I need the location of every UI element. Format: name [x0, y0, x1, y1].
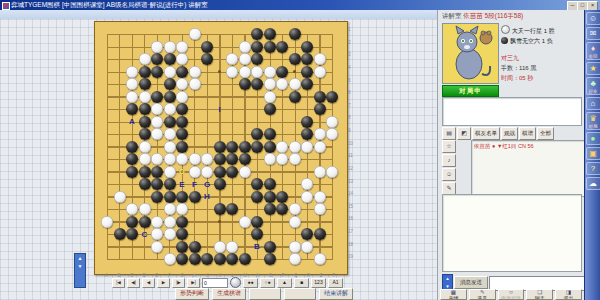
right-panel: 讲解室 依苗苗 5段(116手58) 对局中 大天一行星 1 胜: [437, 10, 585, 300]
black-stone[interactable]: [289, 91, 301, 103]
white-stone[interactable]: [289, 153, 301, 165]
white-stone[interactable]: [314, 166, 326, 178]
marker-toggle[interactable]: ▲: [277, 278, 292, 288]
black-stone[interactable]: [289, 28, 301, 40]
panel-button-label: 聊天: [535, 295, 545, 300]
black-stone[interactable]: [126, 153, 138, 165]
room-header: 讲解室 依苗苗 5段(116手58): [442, 12, 523, 21]
black-stone[interactable]: [126, 141, 138, 153]
black-stone[interactable]: [239, 141, 251, 153]
black-stone[interactable]: [264, 141, 276, 153]
white-stone[interactable]: [314, 66, 326, 78]
white-stone[interactable]: [164, 203, 176, 215]
avatar-image: [443, 24, 498, 83]
panel-button-道具[interactable]: ✎道具: [469, 289, 496, 300]
close-button[interactable]: ×: [587, 1, 598, 10]
black-stone[interactable]: [164, 91, 176, 103]
black-stone[interactable]: [226, 253, 238, 265]
nav-button[interactable]: |▶: [172, 278, 185, 288]
white-stone[interactable]: [164, 228, 176, 240]
black-stone[interactable]: [139, 116, 151, 128]
black-stone[interactable]: [239, 253, 251, 265]
quick-button[interactable]: ♦全部: [586, 42, 600, 60]
white-stone[interactable]: [289, 141, 301, 153]
black-stone[interactable]: [214, 153, 226, 165]
black-stone[interactable]: [176, 191, 188, 203]
black-stone[interactable]: [139, 216, 151, 228]
white-stone[interactable]: [189, 66, 201, 78]
board-label-A: A: [127, 117, 137, 126]
black-stone[interactable]: [264, 41, 276, 53]
black-stone[interactable]: [264, 178, 276, 190]
black-stone[interactable]: [214, 253, 226, 265]
marker-toggle[interactable]: 123: [311, 278, 326, 288]
panel-button-label: 道具: [477, 295, 487, 300]
black-stone[interactable]: [176, 141, 188, 153]
white-stone[interactable]: [201, 153, 213, 165]
app-icon: [2, 2, 10, 10]
black-stone[interactable]: [251, 78, 263, 90]
black-stone[interactable]: [189, 191, 201, 203]
white-stone[interactable]: [326, 166, 338, 178]
black-stone[interactable]: [276, 66, 288, 78]
black-stone[interactable]: [126, 103, 138, 115]
black-stone[interactable]: [214, 178, 226, 190]
title-bar: 弈城TYGEM围棋 [中国围棋课堂] AB级名局棋谱·解说(进行中) 讲解室 ─…: [0, 0, 600, 10]
white-stone[interactable]: [164, 66, 176, 78]
black-stone[interactable]: [164, 78, 176, 90]
white-stone[interactable]: [276, 141, 288, 153]
black-stone[interactable]: [176, 216, 188, 228]
white-stone[interactable]: [301, 141, 313, 153]
board-label-H: H: [202, 192, 212, 201]
quick-button[interactable]: ★: [586, 62, 600, 75]
white-stone[interactable]: [189, 28, 201, 40]
black-stone[interactable]: [201, 41, 213, 53]
room-header-label: 讲解室: [442, 12, 462, 19]
white-stone[interactable]: [326, 116, 338, 128]
star-point: [218, 70, 221, 73]
message-area[interactable]: 依苗苗 ● ▼红1目 CN 56: [471, 140, 586, 197]
white-stone[interactable]: [314, 128, 326, 140]
quick-button[interactable]: ☁: [586, 177, 600, 190]
status-badge: 对局中: [442, 85, 499, 97]
game-info-line: 时间：05 秒: [501, 74, 583, 83]
black-stone[interactable]: [176, 66, 188, 78]
black-stone[interactable]: [314, 103, 326, 115]
black-stone[interactable]: [276, 191, 288, 203]
white-stone[interactable]: [164, 166, 176, 178]
black-stone[interactable]: [164, 191, 176, 203]
panel-tab[interactable]: 观战: [501, 127, 518, 140]
nav-button[interactable]: |◀: [112, 278, 125, 288]
white-stone[interactable]: [226, 66, 238, 78]
white-stone[interactable]: [164, 216, 176, 228]
white-stone[interactable]: [289, 78, 301, 90]
chat-box[interactable]: [442, 194, 582, 272]
black-stone[interactable]: [239, 78, 251, 90]
marker-toggle[interactable]: A1: [328, 278, 343, 288]
white-stone[interactable]: [151, 41, 163, 53]
white-stone[interactable]: [264, 78, 276, 90]
black-stone[interactable]: [126, 216, 138, 228]
white-stone[interactable]: [189, 78, 201, 90]
board-action-buttons: 形势判断生成棋谱结束讲解: [175, 288, 353, 298]
black-stone[interactable]: [264, 241, 276, 253]
black-stone[interactable]: [276, 203, 288, 215]
marker-toggle[interactable]: ●●: [243, 278, 258, 288]
white-stone[interactable]: [226, 241, 238, 253]
black-stone[interactable]: [176, 241, 188, 253]
black-stone[interactable]: [176, 128, 188, 140]
white-stone[interactable]: [276, 153, 288, 165]
chat-message: 依苗苗 ● ▼红1目 CN 56: [474, 143, 534, 149]
white-stone[interactable]: [314, 141, 326, 153]
coord-number: 11: [348, 154, 358, 167]
black-stone[interactable]: [264, 103, 276, 115]
room-header-text: 依苗苗 5段(116手58): [463, 12, 523, 19]
black-stone[interactable]: [151, 53, 163, 65]
black-stone[interactable]: [114, 228, 126, 240]
black-stone[interactable]: [126, 166, 138, 178]
black-stone[interactable]: [201, 253, 213, 265]
coord-letter: A: [100, 273, 113, 278]
white-stone[interactable]: [126, 91, 138, 103]
quick-toolbar: ☺✉♦全部★♣好友⌂♛对局●▣?☁: [584, 10, 600, 300]
white-stone[interactable]: [151, 103, 163, 115]
window-title: 弈城TYGEM围棋 [中国围棋课堂] AB级名局棋谱·解说(进行中) 讲解室: [11, 0, 208, 10]
black-stone-icon: [501, 37, 508, 44]
board-label-B: B: [252, 242, 262, 251]
white-stone[interactable]: [176, 53, 188, 65]
coord-number: 12: [348, 167, 358, 180]
black-stone[interactable]: [151, 191, 163, 203]
board-label-D: D: [177, 167, 187, 176]
panel-button-表情[interactable]: ▦表情: [440, 289, 467, 300]
coord-number: 19: [348, 255, 358, 268]
black-stone[interactable]: [214, 141, 226, 153]
action-button[interactable]: 生成棋谱: [212, 288, 246, 300]
black-stone[interactable]: [251, 191, 263, 203]
white-stone-icon: [501, 25, 510, 34]
panel-button-label: 申请指导: [501, 295, 521, 300]
panel-bottom-toolbar: ▦表情✎道具☺申请指导❏聊天◨退出: [440, 289, 582, 300]
white-stone[interactable]: [176, 91, 188, 103]
action-button[interactable]: 形势判断: [175, 288, 209, 300]
board-scrollbar[interactable]: ▲▼: [74, 253, 86, 288]
chat-tool-button[interactable]: ☺: [442, 168, 456, 181]
black-stone[interactable]: [176, 228, 188, 240]
white-stone[interactable]: [151, 241, 163, 253]
marker-toggle[interactable]: ○●: [260, 278, 275, 288]
board-label-C: C: [140, 230, 150, 239]
panel-button-label: 表情: [448, 295, 458, 300]
black-stone[interactable]: [239, 153, 251, 165]
black-stone[interactable]: [251, 228, 263, 240]
white-stone[interactable]: [126, 203, 138, 215]
white-stone[interactable]: [289, 216, 301, 228]
white-stone[interactable]: [189, 166, 201, 178]
go-board[interactable]: ABCDEFGHI: [94, 21, 348, 275]
board-label-F: F: [190, 180, 200, 189]
black-stone[interactable]: [289, 53, 301, 65]
black-stone[interactable]: [326, 91, 338, 103]
black-stone[interactable]: [189, 241, 201, 253]
black-stone[interactable]: [251, 141, 263, 153]
black-stone[interactable]: [226, 203, 238, 215]
star-point: [293, 70, 296, 73]
avatar: [442, 23, 499, 84]
coord-number: 6: [348, 91, 358, 104]
chat-tool-button[interactable]: ♪: [442, 154, 456, 167]
black-stone[interactable]: [251, 128, 263, 140]
black-stone[interactable]: [314, 91, 326, 103]
white-stone[interactable]: [176, 153, 188, 165]
white-stone[interactable]: [101, 216, 113, 228]
black-stone[interactable]: [176, 116, 188, 128]
black-stone[interactable]: [164, 53, 176, 65]
white-stone[interactable]: [139, 53, 151, 65]
white-stone[interactable]: [114, 191, 126, 203]
black-stone[interactable]: [139, 103, 151, 115]
black-stone[interactable]: [139, 178, 151, 190]
white-stone[interactable]: [151, 116, 163, 128]
white-stone[interactable]: [289, 241, 301, 253]
star-point: [218, 220, 221, 223]
white-stone[interactable]: [264, 91, 276, 103]
white-stone[interactable]: [189, 153, 201, 165]
black-stone[interactable]: [226, 166, 238, 178]
quick-button-label: 对局: [587, 124, 600, 129]
move-number-input[interactable]: 0: [202, 278, 228, 288]
panel-button-退出[interactable]: ◨退出: [555, 289, 582, 300]
black-stone[interactable]: [151, 166, 163, 178]
white-stone[interactable]: [164, 141, 176, 153]
white-stone[interactable]: [164, 41, 176, 53]
spectator-list[interactable]: [442, 97, 582, 126]
white-stone[interactable]: [239, 66, 251, 78]
black-stone[interactable]: [264, 28, 276, 40]
white-stone[interactable]: [314, 203, 326, 215]
white-stone[interactable]: [301, 178, 313, 190]
player-row-black: 飘雪无空六 1 负: [501, 37, 583, 47]
action-button-disabled: [284, 288, 316, 300]
black-stone[interactable]: [214, 203, 226, 215]
black-stone[interactable]: [176, 103, 188, 115]
black-stone[interactable]: [264, 191, 276, 203]
white-stone[interactable]: [264, 66, 276, 78]
quick-button[interactable]: ?: [586, 162, 600, 175]
black-stone[interactable]: [251, 41, 263, 53]
panel-tab[interactable]: 棋谱: [519, 127, 536, 140]
quick-button[interactable]: ⌂: [586, 97, 600, 110]
quick-button[interactable]: ●: [586, 132, 600, 145]
white-stone[interactable]: [289, 203, 301, 215]
black-stone[interactable]: [226, 141, 238, 153]
quick-button[interactable]: ✉: [586, 27, 600, 40]
coord-number: 1: [348, 28, 358, 41]
black-stone[interactable]: [214, 166, 226, 178]
white-stone[interactable]: [164, 103, 176, 115]
panel-tabs: ▤◩棋友名单观战棋谱全部: [442, 127, 554, 138]
black-stone[interactable]: [126, 228, 138, 240]
white-stone[interactable]: [301, 241, 313, 253]
quick-button[interactable]: ♛对局: [586, 112, 600, 130]
black-stone[interactable]: [201, 53, 213, 65]
white-stone[interactable]: [251, 66, 263, 78]
white-stone[interactable]: [289, 253, 301, 265]
board-label-I: I: [215, 105, 225, 114]
black-stone[interactable]: [301, 41, 313, 53]
white-stone[interactable]: [139, 91, 151, 103]
white-stone[interactable]: [314, 53, 326, 65]
coord-number: 3: [348, 53, 358, 66]
white-stone[interactable]: [314, 191, 326, 203]
white-stone[interactable]: [151, 216, 163, 228]
action-button[interactable]: 结束讲解: [319, 288, 353, 300]
coord-number: 9: [348, 129, 358, 142]
quick-button[interactable]: ☺: [586, 12, 600, 25]
chat-tool-button[interactable]: ☆: [442, 140, 456, 153]
black-stone[interactable]: [164, 178, 176, 190]
white-stone[interactable]: [214, 241, 226, 253]
quick-button-label: 全部: [587, 54, 600, 59]
nav-button[interactable]: ▶: [157, 278, 170, 288]
coord-number: 4: [348, 66, 358, 79]
board-label-E: E: [177, 180, 187, 189]
message-send-tab[interactable]: 消息发送: [454, 276, 488, 289]
panel-button-聊天[interactable]: ❏聊天: [526, 289, 553, 300]
black-stone[interactable]: [251, 53, 263, 65]
black-stone[interactable]: [139, 78, 151, 90]
board-grid: ABCDEFGHI: [107, 34, 333, 260]
white-stone[interactable]: [151, 228, 163, 240]
white-stone[interactable]: [301, 191, 313, 203]
tab-icon-button[interactable]: ◩: [457, 127, 471, 140]
white-stone[interactable]: [126, 78, 138, 90]
white-stone[interactable]: [151, 128, 163, 140]
black-stone[interactable]: [301, 78, 313, 90]
white-stone[interactable]: [239, 41, 251, 53]
black-stone[interactable]: [176, 253, 188, 265]
black-stone[interactable]: [251, 178, 263, 190]
action-button-disabled: [249, 288, 281, 300]
white-stone[interactable]: [239, 216, 251, 228]
board-label-G: G: [202, 180, 212, 189]
coord-number: 17: [348, 230, 358, 243]
quick-button-label: 好友: [587, 89, 600, 94]
white-stone[interactable]: [126, 66, 138, 78]
black-stone[interactable]: [314, 228, 326, 240]
white-stone[interactable]: [264, 153, 276, 165]
black-stone[interactable]: [164, 116, 176, 128]
black-stone[interactable]: [151, 66, 163, 78]
white-player-text: 大天一行星 1 胜: [512, 28, 555, 34]
board-coordinates-right: 12345678910111213141516171819: [348, 28, 358, 268]
game-info-line: 对三九: [501, 54, 583, 63]
coord-number: 14: [348, 192, 358, 205]
player-row-white: 大天一行星 1 胜: [501, 25, 583, 35]
white-stone[interactable]: [226, 53, 238, 65]
quick-button[interactable]: ♣好友: [586, 77, 600, 95]
black-stone[interactable]: [301, 116, 313, 128]
black-stone[interactable]: [251, 216, 263, 228]
marker-toggle[interactable]: ■: [294, 278, 309, 288]
black-stone[interactable]: [301, 53, 313, 65]
nav-button[interactable]: ◀|: [127, 278, 140, 288]
white-stone[interactable]: [164, 253, 176, 265]
white-stone[interactable]: [239, 53, 251, 65]
tab-icon-button[interactable]: ▤: [442, 127, 456, 140]
white-stone[interactable]: [139, 141, 151, 153]
black-stone[interactable]: [301, 228, 313, 240]
black-stone[interactable]: [151, 178, 163, 190]
white-stone[interactable]: [139, 203, 151, 215]
black-stone[interactable]: [301, 66, 313, 78]
white-stone[interactable]: [176, 78, 188, 90]
white-stone[interactable]: [276, 78, 288, 90]
white-stone[interactable]: [201, 166, 213, 178]
move-navigation-toolbar: |◀◀|◀▶|▶▶|0●●○●▲■123A1: [112, 278, 343, 287]
panel-tab[interactable]: 棋友名单: [472, 127, 500, 140]
black-stone[interactable]: [276, 41, 288, 53]
black-stone[interactable]: [151, 91, 163, 103]
black-player-text: 飘雪无空六 1 负: [510, 38, 553, 44]
white-stone[interactable]: [164, 128, 176, 140]
black-stone[interactable]: [251, 28, 263, 40]
black-stone[interactable]: [189, 253, 201, 265]
white-stone[interactable]: [314, 253, 326, 265]
go-to-move-button[interactable]: [230, 277, 241, 288]
black-stone[interactable]: [139, 128, 151, 140]
black-stone[interactable]: [264, 253, 276, 265]
white-stone[interactable]: [326, 128, 338, 140]
quick-button[interactable]: ▣: [586, 147, 600, 160]
black-stone[interactable]: [139, 166, 151, 178]
black-stone[interactable]: [226, 153, 238, 165]
black-stone[interactable]: [264, 203, 276, 215]
white-stone[interactable]: [151, 153, 163, 165]
panel-tab[interactable]: 全部: [537, 127, 554, 140]
white-stone[interactable]: [139, 153, 151, 165]
nav-button[interactable]: ▶|: [187, 278, 200, 288]
white-stone[interactable]: [176, 203, 188, 215]
app-window: 弈城TYGEM围棋 [中国围棋课堂] AB级名局棋谱·解说(进行中) 讲解室 ─…: [0, 0, 600, 300]
game-info-line: 手数：116 黑: [501, 64, 583, 73]
white-stone[interactable]: [239, 166, 251, 178]
black-stone[interactable]: [264, 128, 276, 140]
white-stone[interactable]: [164, 153, 176, 165]
panel-button-申请指导[interactable]: ☺申请指导: [498, 289, 525, 300]
black-stone[interactable]: [139, 66, 151, 78]
nav-button[interactable]: ◀: [142, 278, 155, 288]
black-stone[interactable]: [301, 128, 313, 140]
white-stone[interactable]: [176, 41, 188, 53]
panel-button-label: 退出: [564, 295, 574, 300]
